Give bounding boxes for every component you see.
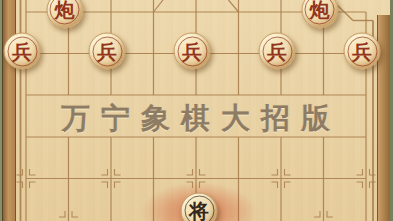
piece-character: 炮 xyxy=(310,0,330,20)
piece-red-soldier[interactable]: 兵 xyxy=(259,33,296,70)
piece-red-soldier[interactable]: 兵 xyxy=(344,33,381,70)
piece-red-soldier[interactable]: 兵 xyxy=(4,33,41,70)
piece-character: 兵 xyxy=(182,41,202,61)
piece-character: 兵 xyxy=(352,41,372,61)
piece-character: 炮 xyxy=(55,0,75,20)
piece-black-general[interactable]: 将 xyxy=(181,192,218,221)
piece-character: 兵 xyxy=(97,41,117,61)
piece-red-soldier[interactable]: 兵 xyxy=(89,33,126,70)
river-banner-text: 万宁象棋大招版 xyxy=(14,99,377,139)
piece-character: 将 xyxy=(189,201,209,221)
xiangqi-app-screen: 万宁象棋大招版 炮炮兵兵兵兵兵将 xyxy=(0,0,393,221)
piece-character: 兵 xyxy=(267,41,287,61)
piece-character: 兵 xyxy=(12,41,32,61)
piece-red-soldier[interactable]: 兵 xyxy=(174,33,211,70)
